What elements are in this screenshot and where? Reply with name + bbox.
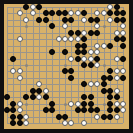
stone-white[interactable] [30,10,36,16]
stone-black[interactable] [81,94,87,100]
stone-black[interactable] [10,56,16,62]
stone-white[interactable] [68,10,74,16]
stone-white[interactable] [23,120,29,126]
stone-black[interactable] [107,94,113,100]
stone-white[interactable] [68,56,74,62]
stone-white[interactable] [94,49,100,55]
stone-black[interactable] [107,10,113,16]
stone-black[interactable] [120,36,126,42]
star-point [103,64,106,67]
stone-black[interactable] [10,120,16,126]
stone-white[interactable] [68,120,74,126]
stone-white[interactable] [17,36,23,42]
stone-white[interactable] [120,107,126,113]
stone-black[interactable] [68,68,74,74]
stone-black[interactable] [120,43,126,49]
star-point [103,103,106,106]
stone-white[interactable] [94,10,100,16]
stone-white[interactable] [107,17,113,23]
stone-black[interactable] [94,107,100,113]
stone-white[interactable] [120,68,126,74]
stone-black[interactable] [4,94,10,100]
stone-black[interactable] [81,10,87,16]
stone-white[interactable] [94,81,100,87]
star-point [25,25,28,28]
stone-black[interactable] [101,81,107,87]
star-point [25,64,28,67]
stone-black[interactable] [88,94,94,100]
star-point [25,103,28,106]
stone-black[interactable] [81,36,87,42]
stone-black[interactable] [107,114,113,120]
stone-black[interactable] [49,49,55,55]
stone-black[interactable] [107,107,113,113]
stone-black[interactable] [81,107,87,113]
stone-white[interactable] [120,23,126,29]
star-point [64,64,67,67]
stone-black[interactable] [107,68,113,74]
stone-white[interactable] [114,114,120,120]
stone-black[interactable] [36,4,42,10]
stone-black[interactable] [49,10,55,16]
stone-white[interactable] [81,120,87,126]
stone-black[interactable] [81,49,87,55]
stone-black[interactable] [43,94,49,100]
stone-black[interactable] [81,62,87,68]
stone-white[interactable] [17,75,23,81]
star-point [64,103,67,106]
stone-white[interactable] [94,62,100,68]
stone-black[interactable] [10,107,16,113]
stone-white[interactable] [17,107,23,113]
stone-black[interactable] [68,75,74,81]
go-board-frame [0,0,133,133]
star-point [103,25,106,28]
stone-black[interactable] [23,94,29,100]
stone-white[interactable] [68,36,74,42]
stone-white[interactable] [94,23,100,29]
stone-white[interactable] [36,94,42,100]
stone-black[interactable] [107,43,113,49]
stone-white[interactable] [68,101,74,107]
go-board[interactable] [4,4,129,129]
stone-white[interactable] [23,17,29,23]
stone-white[interactable] [62,23,68,29]
stone-black[interactable] [94,30,100,36]
stone-white[interactable] [36,81,42,87]
stone-white[interactable] [94,114,100,120]
stone-black[interactable] [49,107,55,113]
stone-black[interactable] [36,17,42,23]
stone-white[interactable] [81,17,87,23]
stone-black[interactable] [81,81,87,87]
stone-black[interactable] [49,23,55,29]
stone-white[interactable] [10,68,16,74]
stone-black[interactable] [68,17,74,23]
stone-white[interactable] [17,68,23,74]
grid-line-horizontal [7,110,123,111]
stone-black[interactable] [43,17,49,23]
stone-black[interactable] [62,49,68,55]
stone-white[interactable] [17,10,23,16]
stone-black[interactable] [120,56,126,62]
stone-black[interactable] [120,10,126,16]
stone-black[interactable] [114,94,120,100]
stone-black[interactable] [120,75,126,81]
stone-black[interactable] [23,4,29,10]
stone-black[interactable] [107,75,113,81]
